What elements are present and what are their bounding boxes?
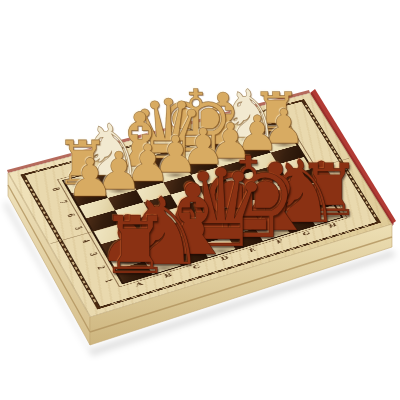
chess-set-photo: 87654321 ABCDEFGH ♜♞♟♝♟♚♟♛♟♝♟♞♟♜♟♟♟♟♜♟♞♟… bbox=[0, 0, 400, 400]
piece-light-pawn-a7[interactable]: ♟ bbox=[66, 152, 113, 205]
piece-dark-rook-a1[interactable]: ♜ bbox=[100, 206, 171, 285]
